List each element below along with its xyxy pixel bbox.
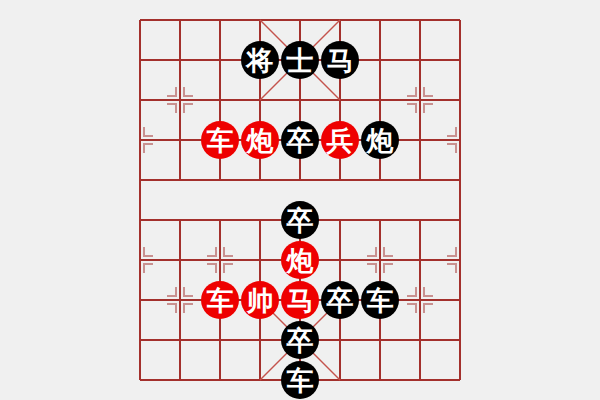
piece-black-general[interactable]: 将 <box>241 41 279 79</box>
piece-black-cannon[interactable]: 炮 <box>361 121 399 159</box>
piece-red-chariot-1[interactable]: 车 <box>201 121 239 159</box>
piece-red-cannon-1[interactable]: 炮 <box>241 121 279 159</box>
xiangqi-diagram: 将士马车炮卒兵炮卒炮车帅马卒车卒车 <box>0 0 600 400</box>
piece-black-soldier-2[interactable]: 卒 <box>281 201 319 239</box>
piece-red-general[interactable]: 帅 <box>241 281 279 319</box>
piece-black-soldier-1[interactable]: 卒 <box>281 121 319 159</box>
piece-red-soldier[interactable]: 兵 <box>321 121 359 159</box>
piece-black-chariot-2[interactable]: 车 <box>281 361 319 399</box>
piece-black-soldier-4[interactable]: 卒 <box>281 321 319 359</box>
piece-black-horse[interactable]: 马 <box>321 41 359 79</box>
piece-black-chariot-1[interactable]: 车 <box>361 281 399 319</box>
piece-black-advisor[interactable]: 士 <box>281 41 319 79</box>
pieces-layer: 将士马车炮卒兵炮卒炮车帅马卒车卒车 <box>120 0 480 400</box>
piece-red-chariot-2[interactable]: 车 <box>201 281 239 319</box>
piece-red-horse[interactable]: 马 <box>281 281 319 319</box>
piece-black-soldier-3[interactable]: 卒 <box>321 281 359 319</box>
piece-red-cannon-2[interactable]: 炮 <box>281 241 319 279</box>
